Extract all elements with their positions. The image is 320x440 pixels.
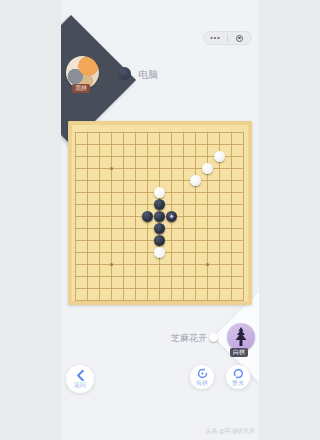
grid-line-horizontal: [75, 288, 244, 289]
stone-white: [214, 151, 225, 162]
grid-line-horizontal: [75, 300, 244, 301]
black-stone-indicator: [118, 67, 131, 80]
gomoku-board[interactable]: [68, 121, 252, 305]
bottom-player-avatar: [227, 323, 255, 351]
stone-black: [142, 211, 153, 222]
stone-white: [154, 187, 165, 198]
undo-icon: [197, 368, 208, 379]
restart-icon: [233, 368, 244, 379]
stone-black: [154, 199, 165, 210]
restart-button[interactable]: 重来: [226, 365, 250, 389]
bottom-player-side-badge: 白棋: [230, 348, 248, 357]
star-point: [110, 263, 113, 266]
back-chevron-icon: [76, 370, 85, 381]
pagoda-icon: [233, 327, 249, 347]
stone-black: [154, 211, 165, 222]
grid-line-vertical: [231, 132, 232, 301]
stone-black: [154, 235, 165, 246]
watermark: 头条 @手游研究所: [205, 427, 255, 436]
grid-line-vertical: [243, 132, 244, 301]
undo-button[interactable]: 悔棋: [190, 365, 214, 389]
minimize-icon: [236, 35, 243, 42]
stone-white: [154, 247, 165, 258]
back-button[interactable]: 返回: [66, 365, 94, 393]
more-icon: •••: [210, 34, 220, 41]
stone-white: [202, 163, 213, 174]
app-screen: ••• 黑棋 电脑 芝麻花开 白棋 返回 悔棋: [61, 0, 259, 440]
star-point: [206, 263, 209, 266]
stone-black: [166, 211, 177, 222]
white-stone-indicator: [209, 333, 218, 342]
more-button[interactable]: •••: [204, 32, 227, 44]
top-player-side-badge: 黑棋: [72, 84, 90, 93]
back-button-label: 返回: [74, 382, 86, 388]
top-player-name: 电脑: [138, 68, 158, 82]
restart-button-label: 重来: [232, 380, 244, 386]
stone-black: [154, 223, 165, 234]
stone-white: [190, 175, 201, 186]
bottom-player-name: 芝麻花开: [61, 332, 207, 345]
undo-button-label: 悔棋: [196, 380, 208, 386]
grid-line-horizontal: [75, 276, 244, 277]
last-move-marker-icon: [169, 214, 174, 219]
minimize-button[interactable]: [228, 32, 251, 44]
wechat-capsule: •••: [203, 31, 252, 45]
star-point: [110, 167, 113, 170]
